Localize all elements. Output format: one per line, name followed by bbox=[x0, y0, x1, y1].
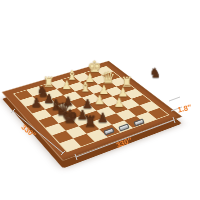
board-square bbox=[108, 103, 128, 114]
board-square bbox=[66, 126, 87, 138]
board-square bbox=[64, 108, 84, 119]
board-square bbox=[128, 105, 148, 116]
board-square bbox=[96, 107, 116, 118]
board-square bbox=[73, 134, 94, 147]
board-square bbox=[84, 111, 104, 122]
board-square bbox=[32, 109, 51, 120]
board-square bbox=[52, 112, 72, 123]
board-square bbox=[52, 131, 73, 143]
board-square bbox=[148, 108, 168, 119]
board-square bbox=[72, 115, 92, 126]
captured-piece-bN: ♞ bbox=[149, 63, 162, 80]
chess-board: ♜♝♚♞♟♟♟♟♝♛♝♟♟♜♛♟♟♟♚♟♟♜♟♞ bbox=[1, 61, 182, 162]
board-square bbox=[116, 109, 136, 120]
board-frame bbox=[1, 61, 182, 162]
board-square bbox=[77, 104, 96, 115]
board-square bbox=[104, 113, 124, 124]
board-square bbox=[45, 105, 64, 116]
board-square bbox=[46, 123, 66, 135]
product-photo: ♜♝♚♞♟♟♟♟♝♛♝♟♟♜♛♟♟♟♚♟♟♜♟♞ 330″ 330″ 1.8″ bbox=[0, 0, 200, 200]
dimension-label-right: 1.8″ bbox=[177, 103, 193, 115]
board-square bbox=[92, 118, 112, 130]
board-square bbox=[60, 138, 81, 151]
board-square bbox=[39, 116, 59, 128]
board-square bbox=[79, 122, 99, 134]
board-square bbox=[26, 103, 45, 114]
dimension-line-thickness bbox=[169, 97, 180, 101]
board-square bbox=[59, 119, 79, 131]
board-square bbox=[140, 101, 160, 112]
